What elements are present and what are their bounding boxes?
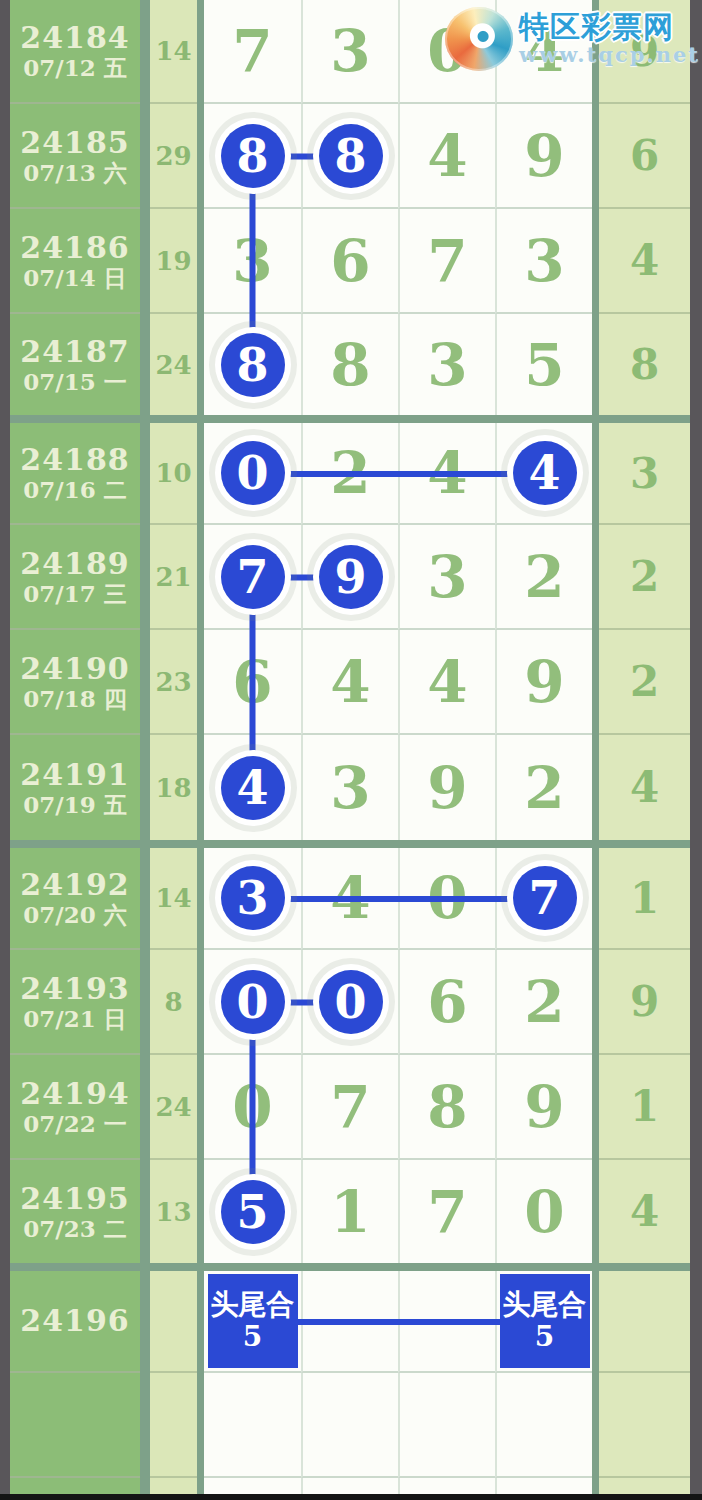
circled-digit: 9 (319, 545, 383, 609)
circled-digit: 4 (513, 441, 577, 505)
digit-cell (398, 1478, 495, 1494)
circled-digit: 8 (221, 333, 285, 397)
column-divider (140, 630, 150, 735)
circled-digit: 7 (513, 866, 577, 930)
circled-digit: 7 (221, 545, 285, 609)
tail-cell: 9 (599, 950, 690, 1055)
digit-cell: 6 (301, 209, 398, 314)
draw-date: 07/15 一 (23, 370, 126, 393)
digit-cell: 3 (204, 848, 301, 950)
digit: 3 (427, 336, 467, 394)
column-divider (592, 209, 599, 314)
issue-cell (10, 1478, 140, 1494)
sum-cell: 14 (150, 848, 197, 950)
column-divider (140, 1373, 150, 1478)
tail-cell: 4 (599, 735, 690, 840)
digit-cell: 9 (495, 104, 592, 209)
column-divider (197, 314, 204, 415)
column-divider (197, 1373, 204, 1478)
column-divider (197, 950, 204, 1055)
digit: 0 (232, 1078, 272, 1136)
digit: 3 (330, 22, 370, 80)
digit: 4 (330, 653, 370, 711)
digit-cell (495, 1373, 592, 1478)
digit-cell (398, 1373, 495, 1478)
digit-cell (301, 1271, 398, 1373)
column-divider (197, 848, 204, 950)
digit-cell: 6 (398, 950, 495, 1055)
issue-number: 24184 (20, 23, 129, 53)
digit-cell: 2 (301, 423, 398, 525)
column-divider (197, 209, 204, 314)
tail-cell: 2 (599, 630, 690, 735)
sum-cell: 23 (150, 630, 197, 735)
issue-cell: 2419007/18 四 (10, 630, 140, 735)
site-title: 特区彩票网 (519, 11, 700, 43)
column-divider (197, 0, 204, 104)
issue-cell: 24196 (10, 1271, 140, 1373)
issue-cell: 2418407/12 五 (10, 0, 140, 104)
prediction-label: 头尾合 (211, 1289, 295, 1321)
prediction-box: 头尾合5 (500, 1274, 590, 1368)
digit-cell: 1 (301, 1160, 398, 1263)
issue-cell: 2418707/15 一 (10, 314, 140, 415)
column-divider (592, 848, 599, 950)
column-divider (197, 1271, 204, 1373)
column-divider (140, 848, 150, 950)
issue-number: 24195 (20, 1184, 129, 1214)
digit-cell: 头尾合5 (495, 1271, 592, 1373)
digit-cell: 7 (301, 1055, 398, 1160)
digit-cell: 5 (204, 1160, 301, 1263)
circled-digit: 3 (221, 866, 285, 930)
column-divider (197, 525, 204, 630)
tail-cell: 4 (599, 209, 690, 314)
digit-cell: 2 (495, 950, 592, 1055)
draw-row (10, 1478, 690, 1494)
tail-cell: 4 (599, 1160, 690, 1263)
digit: 2 (524, 973, 564, 1031)
digit: 2 (524, 759, 564, 817)
digit-cell: 3 (301, 735, 398, 840)
issue-cell: 2419207/20 六 (10, 848, 140, 950)
digit-cell: 4 (301, 630, 398, 735)
digit: 3 (524, 232, 564, 290)
sum-cell (150, 1271, 197, 1373)
digit: 4 (427, 653, 467, 711)
column-divider (197, 423, 204, 525)
sum-cell: 10 (150, 423, 197, 525)
draw-row: 2419307/21 日800629 (10, 950, 690, 1055)
digit: 4 (427, 444, 467, 502)
digit-cell: 9 (301, 525, 398, 630)
digit-cell: 4 (495, 423, 592, 525)
digit-cell: 4 (398, 423, 495, 525)
digit: 3 (232, 232, 272, 290)
draw-row (10, 1373, 690, 1478)
sum-cell: 24 (150, 1055, 197, 1160)
draw-row: 2419007/18 四2364492 (10, 630, 690, 735)
draw-row: 24196头尾合5头尾合5 (10, 1271, 690, 1373)
digit: 7 (427, 232, 467, 290)
column-divider (140, 950, 150, 1055)
column-divider (140, 1055, 150, 1160)
issue-number: 24185 (20, 128, 129, 158)
column-divider (140, 525, 150, 630)
digit-cell: 头尾合5 (204, 1271, 301, 1373)
issue-number: 24192 (20, 870, 129, 900)
issue-cell (10, 1373, 140, 1478)
digit-cell: 0 (398, 848, 495, 950)
column-divider (140, 1271, 150, 1373)
issue-cell: 2418507/13 六 (10, 104, 140, 209)
tail-cell (599, 1373, 690, 1478)
prediction-box: 头尾合5 (208, 1274, 298, 1368)
digit: 9 (427, 759, 467, 817)
column-divider (592, 423, 599, 525)
column-divider (592, 314, 599, 415)
digit-cell: 0 (204, 423, 301, 525)
issue-cell: 2419107/19 五 (10, 735, 140, 840)
group-divider (10, 840, 690, 848)
tail-cell (599, 1271, 690, 1373)
column-divider (592, 950, 599, 1055)
draw-row: 2418607/14 日1936734 (10, 209, 690, 314)
sum-cell (150, 1478, 197, 1494)
column-divider (140, 104, 150, 209)
draw-date: 07/12 五 (23, 56, 126, 79)
tail-cell: 1 (599, 1055, 690, 1160)
digit: 9 (524, 127, 564, 185)
logo-swirl-icon (445, 7, 513, 71)
tail-cell: 2 (599, 525, 690, 630)
tail-cell: 8 (599, 314, 690, 415)
digit-cell: 8 (204, 314, 301, 415)
circled-digit: 0 (319, 970, 383, 1034)
digit-cell: 8 (301, 314, 398, 415)
column-divider (197, 735, 204, 840)
digit: 6 (330, 232, 370, 290)
circled-digit: 0 (221, 441, 285, 505)
digit: 6 (232, 653, 272, 711)
column-divider (140, 1160, 150, 1263)
digit: 0 (524, 1183, 564, 1241)
group-divider (10, 415, 690, 423)
draw-row: 2418807/16 二1002443 (10, 423, 690, 525)
digit-cell: 8 (301, 104, 398, 209)
issue-number: 24193 (20, 974, 129, 1004)
digit: 7 (232, 22, 272, 80)
tail-cell (599, 1478, 690, 1494)
sum-cell (150, 1373, 197, 1478)
digit-cell: 4 (398, 104, 495, 209)
column-divider (592, 1055, 599, 1160)
draw-date: 07/18 四 (23, 687, 126, 710)
column-divider (140, 314, 150, 415)
digit-cell: 9 (495, 1055, 592, 1160)
digit-cell: 0 (495, 1160, 592, 1263)
circled-digit: 4 (221, 756, 285, 820)
draw-row: 2418707/15 一2488358 (10, 314, 690, 415)
digit-cell (204, 1478, 301, 1494)
digit: 3 (330, 759, 370, 817)
digit-cell: 4 (204, 735, 301, 840)
column-divider (140, 209, 150, 314)
tail-cell: 1 (599, 848, 690, 950)
column-divider (592, 1271, 599, 1373)
draw-row: 2418907/17 三2179322 (10, 525, 690, 630)
circled-digit: 8 (221, 124, 285, 188)
draw-date: 07/23 二 (23, 1217, 126, 1240)
digit: 8 (427, 1078, 467, 1136)
prediction-value: 5 (243, 1321, 262, 1353)
digit: 4 (427, 127, 467, 185)
digit: 9 (524, 653, 564, 711)
digit-cell: 4 (301, 848, 398, 950)
column-divider (592, 1373, 599, 1478)
digit: 0 (427, 869, 467, 927)
issue-cell: 2419407/22 一 (10, 1055, 140, 1160)
digit-cell: 6 (204, 630, 301, 735)
draw-date: 07/19 五 (23, 793, 126, 816)
column-divider (592, 1160, 599, 1263)
digit: 7 (427, 1183, 467, 1241)
digit-cell (301, 1373, 398, 1478)
draw-date: 07/22 一 (23, 1112, 126, 1135)
issue-number: 24186 (20, 233, 129, 263)
issue-cell: 2419507/23 二 (10, 1160, 140, 1263)
site-logo[interactable]: 特区彩票网 www.tqcp.net (445, 3, 700, 71)
sum-cell: 18 (150, 735, 197, 840)
digit-cell: 8 (204, 104, 301, 209)
issue-number: 24189 (20, 549, 129, 579)
digit-cell: 0 (204, 1055, 301, 1160)
digit-cell: 0 (301, 950, 398, 1055)
group-divider (10, 1263, 690, 1271)
sum-cell: 24 (150, 314, 197, 415)
digit: 8 (330, 336, 370, 394)
draw-row: 2418507/13 六2988496 (10, 104, 690, 209)
column-divider (592, 630, 599, 735)
draw-row: 2419407/22 一2407891 (10, 1055, 690, 1160)
screen-bottom-edge (0, 1494, 702, 1500)
draw-row: 2419207/20 六1434071 (10, 848, 690, 950)
digit: 6 (427, 973, 467, 1031)
digit-cell: 2 (495, 735, 592, 840)
circled-digit: 0 (221, 970, 285, 1034)
digit-cell: 9 (398, 735, 495, 840)
digit-cell (301, 1478, 398, 1494)
draw-date: 07/14 日 (23, 266, 126, 289)
logo-text: 特区彩票网 www.tqcp.net (519, 3, 700, 66)
digit-cell: 3 (398, 525, 495, 630)
digit-cell: 7 (398, 209, 495, 314)
digit-cell: 3 (204, 209, 301, 314)
prediction-value: 5 (535, 1321, 554, 1353)
issue-number: 24196 (20, 1306, 129, 1336)
issue-cell: 2418907/17 三 (10, 525, 140, 630)
digit-cell: 3 (301, 0, 398, 104)
digit: 1 (330, 1183, 370, 1241)
digit: 9 (524, 1078, 564, 1136)
digit-cell: 0 (204, 950, 301, 1055)
issue-number: 24194 (20, 1079, 129, 1109)
sum-cell: 21 (150, 525, 197, 630)
sum-cell: 13 (150, 1160, 197, 1263)
column-divider (197, 630, 204, 735)
digit: 4 (330, 869, 370, 927)
digit: 2 (330, 444, 370, 502)
draw-date: 07/21 日 (23, 1007, 126, 1030)
column-divider (140, 423, 150, 525)
digit-cell (398, 1271, 495, 1373)
issue-number: 24187 (20, 337, 129, 367)
issue-number: 24190 (20, 654, 129, 684)
digit-cell: 5 (495, 314, 592, 415)
digit-cell: 3 (495, 209, 592, 314)
tail-cell: 6 (599, 104, 690, 209)
trend-chart-page: 2418407/12 五14730492418507/13 六298849624… (0, 0, 702, 1500)
issue-number: 24191 (20, 760, 129, 790)
sum-cell: 19 (150, 209, 197, 314)
column-divider (592, 735, 599, 840)
sum-cell: 14 (150, 0, 197, 104)
digit: 3 (427, 548, 467, 606)
column-divider (197, 1160, 204, 1263)
digit-cell: 2 (495, 525, 592, 630)
column-divider (197, 1478, 204, 1494)
issue-cell: 2418807/16 二 (10, 423, 140, 525)
circled-digit: 5 (221, 1180, 285, 1244)
draw-row: 2419107/19 五1843924 (10, 735, 690, 840)
sum-cell: 29 (150, 104, 197, 209)
column-divider (197, 1055, 204, 1160)
draw-date: 07/16 二 (23, 478, 126, 501)
draw-date: 07/13 六 (23, 161, 126, 184)
digit-cell (204, 1373, 301, 1478)
digit-cell: 7 (204, 0, 301, 104)
digit-cell: 7 (495, 848, 592, 950)
sum-cell: 8 (150, 950, 197, 1055)
digit: 2 (524, 548, 564, 606)
draw-date: 07/20 六 (23, 903, 126, 926)
column-divider (197, 104, 204, 209)
column-divider (140, 735, 150, 840)
draw-date: 07/17 三 (23, 582, 126, 605)
digit-cell: 8 (398, 1055, 495, 1160)
digit-cell: 7 (204, 525, 301, 630)
digit-cell (495, 1478, 592, 1494)
digit-cell: 4 (398, 630, 495, 735)
issue-cell: 2418607/14 日 (10, 209, 140, 314)
column-divider (140, 0, 150, 104)
trend-table: 2418407/12 五14730492418507/13 六298849624… (10, 0, 690, 1494)
digit: 5 (524, 336, 564, 394)
column-divider (592, 104, 599, 209)
draw-row: 2419507/23 二1351704 (10, 1160, 690, 1263)
column-divider (140, 1478, 150, 1494)
site-url: www.tqcp.net (519, 43, 700, 66)
issue-number: 24188 (20, 445, 129, 475)
circled-digit: 8 (319, 124, 383, 188)
issue-cell: 2419307/21 日 (10, 950, 140, 1055)
prediction-label: 头尾合 (503, 1289, 587, 1321)
column-divider (592, 1478, 599, 1494)
digit: 7 (330, 1078, 370, 1136)
digit-cell: 9 (495, 630, 592, 735)
tail-cell: 3 (599, 423, 690, 525)
column-divider (592, 525, 599, 630)
digit-cell: 7 (398, 1160, 495, 1263)
digit-cell: 3 (398, 314, 495, 415)
